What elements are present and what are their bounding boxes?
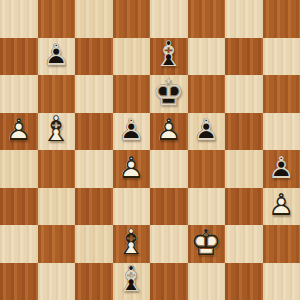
bishop-icon: ♝ <box>116 225 147 260</box>
square-a5[interactable]: ♟♙ <box>0 113 38 151</box>
square-e2[interactable] <box>150 225 188 263</box>
pawn-outline-icon: ♙ <box>5 115 32 145</box>
square-e5[interactable]: ♟♙ <box>150 113 188 151</box>
square-f8[interactable] <box>188 0 226 38</box>
square-c1[interactable] <box>75 263 113 300</box>
square-c2[interactable] <box>75 225 113 263</box>
black-pawn-piece[interactable]: ♟♙ <box>113 113 151 151</box>
square-f2[interactable]: ♚♔ <box>188 225 226 263</box>
pawn-outline-icon: ♙ <box>118 115 145 145</box>
square-a4[interactable] <box>0 150 38 188</box>
white-pawn-piece[interactable]: ♟♙ <box>113 150 151 188</box>
pawn-outline-icon: ♙ <box>155 115 182 145</box>
square-b6[interactable] <box>38 75 76 113</box>
square-g3[interactable] <box>225 188 263 226</box>
square-c7[interactable] <box>75 38 113 76</box>
black-king-piece[interactable]: ♚♔ <box>150 75 188 113</box>
square-f3[interactable] <box>188 188 226 226</box>
square-d7[interactable] <box>113 38 151 76</box>
square-f5[interactable]: ♟♙ <box>188 113 226 151</box>
pawn-icon: ♟ <box>43 40 70 70</box>
square-c5[interactable] <box>75 113 113 151</box>
bishop-outline-icon: ♗ <box>116 225 147 260</box>
square-b4[interactable] <box>38 150 76 188</box>
pawn-outline-icon: ♙ <box>268 190 295 220</box>
pawn-outline-icon: ♙ <box>268 153 295 183</box>
square-d6[interactable] <box>113 75 151 113</box>
pawn-icon: ♟ <box>5 115 32 145</box>
king-outline-icon: ♔ <box>190 225 222 261</box>
square-d4[interactable]: ♟♙ <box>113 150 151 188</box>
pawn-icon: ♟ <box>268 153 295 183</box>
square-a1[interactable] <box>0 263 38 300</box>
king-icon: ♚ <box>190 225 222 261</box>
square-f4[interactable] <box>188 150 226 188</box>
square-f1[interactable] <box>188 263 226 300</box>
pawn-icon: ♟ <box>118 115 145 145</box>
square-h3[interactable]: ♟♙ <box>263 188 301 226</box>
bishop-icon: ♝ <box>153 38 184 73</box>
square-g8[interactable] <box>225 0 263 38</box>
square-g1[interactable] <box>225 263 263 300</box>
square-d5[interactable]: ♟♙ <box>113 113 151 151</box>
square-c3[interactable] <box>75 188 113 226</box>
square-d1[interactable]: ♝♗ <box>113 263 151 300</box>
square-h1[interactable] <box>263 263 301 300</box>
square-e1[interactable] <box>150 263 188 300</box>
square-a8[interactable] <box>0 0 38 38</box>
bishop-icon: ♝ <box>41 113 72 148</box>
square-a6[interactable] <box>0 75 38 113</box>
square-a7[interactable] <box>0 38 38 76</box>
square-f7[interactable] <box>188 38 226 76</box>
white-pawn-piece[interactable]: ♟♙ <box>0 113 38 151</box>
black-bishop-piece[interactable]: ♝♗ <box>150 38 188 76</box>
square-g6[interactable] <box>225 75 263 113</box>
square-h5[interactable] <box>263 113 301 151</box>
pawn-icon: ♟ <box>268 190 295 220</box>
square-h4[interactable]: ♟♙ <box>263 150 301 188</box>
bishop-outline-icon: ♗ <box>41 113 72 148</box>
square-e8[interactable] <box>150 0 188 38</box>
pawn-outline-icon: ♙ <box>43 40 70 70</box>
square-a3[interactable] <box>0 188 38 226</box>
square-h8[interactable] <box>263 0 301 38</box>
white-bishop-piece[interactable]: ♝♗ <box>113 225 151 263</box>
square-h7[interactable] <box>263 38 301 76</box>
square-b2[interactable] <box>38 225 76 263</box>
square-c4[interactable] <box>75 150 113 188</box>
square-h6[interactable] <box>263 75 301 113</box>
pawn-icon: ♟ <box>118 153 145 183</box>
square-h2[interactable] <box>263 225 301 263</box>
square-b7[interactable]: ♟♙ <box>38 38 76 76</box>
square-d8[interactable] <box>113 0 151 38</box>
square-e3[interactable] <box>150 188 188 226</box>
bishop-outline-icon: ♗ <box>116 263 147 298</box>
square-d3[interactable] <box>113 188 151 226</box>
square-a2[interactable] <box>0 225 38 263</box>
white-bishop-piece[interactable]: ♝♗ <box>38 113 76 151</box>
square-e6[interactable]: ♚♔ <box>150 75 188 113</box>
white-king-piece[interactable]: ♚♔ <box>188 225 226 263</box>
black-pawn-piece[interactable]: ♟♙ <box>263 150 301 188</box>
bishop-icon: ♝ <box>116 263 147 298</box>
chess-board: ♟♙♝♗♚♔♟♙♝♗♟♙♟♙♟♙♟♙♟♙♟♙♝♗♚♔♝♗ <box>0 0 300 300</box>
pawn-outline-icon: ♙ <box>193 115 220 145</box>
square-b8[interactable] <box>38 0 76 38</box>
black-pawn-piece[interactable]: ♟♙ <box>188 113 226 151</box>
square-g2[interactable] <box>225 225 263 263</box>
black-pawn-piece[interactable]: ♟♙ <box>38 38 76 76</box>
square-b5[interactable]: ♝♗ <box>38 113 76 151</box>
square-c6[interactable] <box>75 75 113 113</box>
pawn-icon: ♟ <box>155 115 182 145</box>
square-g5[interactable] <box>225 113 263 151</box>
king-outline-icon: ♔ <box>153 75 185 111</box>
white-pawn-piece[interactable]: ♟♙ <box>150 113 188 151</box>
white-pawn-piece[interactable]: ♟♙ <box>263 188 301 226</box>
pawn-outline-icon: ♙ <box>118 153 145 183</box>
square-f6[interactable] <box>188 75 226 113</box>
square-c8[interactable] <box>75 0 113 38</box>
square-g4[interactable] <box>225 150 263 188</box>
king-icon: ♚ <box>153 75 185 111</box>
square-e4[interactable] <box>150 150 188 188</box>
black-bishop-piece[interactable]: ♝♗ <box>113 263 151 300</box>
square-b3[interactable] <box>38 188 76 226</box>
square-b1[interactable] <box>38 263 76 300</box>
square-g7[interactable] <box>225 38 263 76</box>
square-e7[interactable]: ♝♗ <box>150 38 188 76</box>
square-d2[interactable]: ♝♗ <box>113 225 151 263</box>
pawn-icon: ♟ <box>193 115 220 145</box>
bishop-outline-icon: ♗ <box>153 38 184 73</box>
